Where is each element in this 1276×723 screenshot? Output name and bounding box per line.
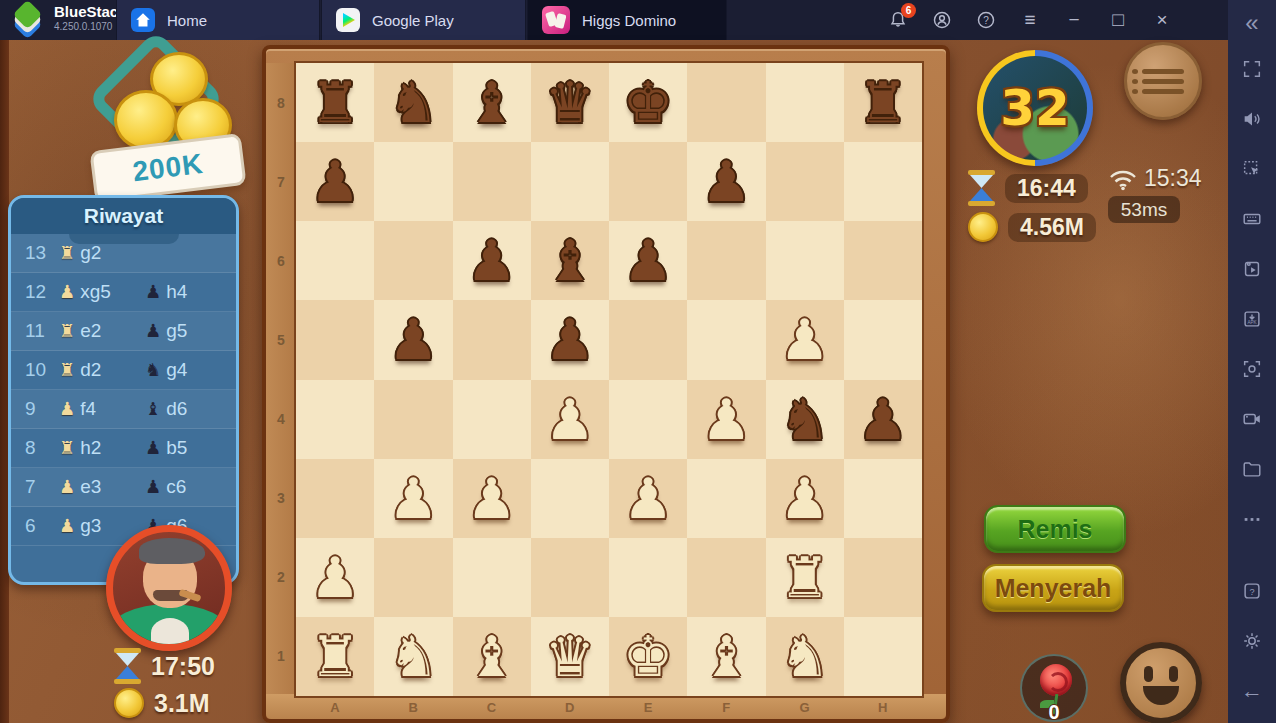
white-piece-icon: ♟: [59, 478, 75, 496]
piece-white-pawn[interactable]: ♟: [766, 300, 844, 379]
move-text: xg5: [80, 281, 111, 303]
black-piece-icon: ♟: [145, 283, 161, 301]
rank-label-6: 6: [270, 221, 292, 300]
rank-label-7: 7: [270, 142, 292, 221]
move-text: g4: [166, 359, 187, 381]
tab-home-label: Home: [167, 12, 207, 29]
piece-black-pawn[interactable]: ♟: [374, 300, 452, 379]
square-g3[interactable]: ♟: [766, 459, 844, 538]
rank-label-5: 5: [270, 300, 292, 379]
move-text: g3: [80, 515, 101, 537]
history-row-12: 12♟xg5♟h4: [11, 273, 236, 312]
square-g5[interactable]: ♟: [766, 300, 844, 379]
move-black[interactable]: ♞g4: [145, 359, 231, 381]
rank-label-1: 1: [270, 616, 292, 695]
google-play-icon: [336, 8, 360, 32]
rose-gift-button[interactable]: 0: [1020, 654, 1088, 722]
square-b7[interactable]: [374, 142, 452, 221]
move-black[interactable]: ♟g5: [145, 320, 231, 342]
resign-button[interactable]: Menyerah: [982, 564, 1124, 612]
move-text: h2: [80, 437, 101, 459]
white-piece-icon: ♟: [59, 400, 75, 418]
apk-install-icon[interactable]: APK: [1237, 304, 1267, 334]
square-c3[interactable]: ♟: [453, 459, 531, 538]
rank-label-8: 8: [270, 63, 292, 142]
close-icon[interactable]: ×: [1150, 8, 1174, 32]
piece-black-king[interactable]: ♚: [609, 63, 687, 142]
square-g8[interactable]: [766, 63, 844, 142]
square-e4[interactable]: [609, 380, 687, 459]
move-history-panel: Riwayat 13♜g212♟xg5♟h411♜e2♟g510♜d2♞g49♟…: [8, 195, 239, 585]
help-box-icon[interactable]: ?: [1237, 576, 1267, 606]
emote-button[interactable]: [1120, 642, 1202, 723]
minimize-icon[interactable]: −: [1062, 8, 1086, 32]
square-c4[interactable]: [453, 380, 531, 459]
square-h3[interactable]: [844, 459, 922, 538]
square-h7[interactable]: [844, 142, 922, 221]
countdown-seconds: 32: [1000, 79, 1070, 137]
black-piece-icon: ♟: [145, 478, 161, 496]
square-f8[interactable]: [687, 63, 765, 142]
move-number: 7: [25, 476, 59, 498]
square-a7[interactable]: ♟: [296, 142, 374, 221]
file-label-d: D: [531, 698, 609, 716]
square-c2[interactable]: [453, 538, 531, 617]
smiley-icon: [1144, 666, 1153, 682]
square-h5[interactable]: [844, 300, 922, 379]
board-frame: ♜♞♝♛♚♜♟♟♟♝♟♟♟♟♟♟♞♟♟♟♟♟♟♜♜♞♝♛♚♝♞ 87654321…: [262, 45, 950, 723]
white-piece-icon: ♟: [59, 517, 75, 535]
move-white[interactable]: ♟g3: [59, 515, 145, 537]
hourglass-icon: [114, 648, 141, 684]
move-white[interactable]: ♟xg5: [59, 281, 145, 303]
square-d1[interactable]: ♛: [531, 617, 609, 696]
piece-white-king[interactable]: ♚: [609, 617, 687, 696]
coin-icon: [968, 212, 998, 242]
chess-board: ♜♞♝♛♚♜♟♟♟♝♟♟♟♟♟♟♞♟♟♟♟♟♟♜♜♞♝♛♚♝♞: [296, 63, 922, 696]
piece-black-bishop[interactable]: ♝: [453, 63, 531, 142]
square-f7[interactable]: ♟: [687, 142, 765, 221]
square-g1[interactable]: ♞: [766, 617, 844, 696]
collapse-icon[interactable]: «: [1237, 8, 1267, 38]
square-d3[interactable]: [531, 459, 609, 538]
macro-icon[interactable]: [1237, 254, 1267, 284]
square-b1[interactable]: ♞: [374, 617, 452, 696]
piece-white-pawn[interactable]: ♟: [296, 538, 374, 617]
history-row-13: 13♜g2: [11, 234, 236, 273]
piece-black-knight[interactable]: ♞: [766, 380, 844, 459]
move-number: 9: [25, 398, 59, 420]
opponent-timer: 16:44: [1017, 175, 1076, 201]
white-piece-icon: ♟: [59, 283, 75, 301]
wifi-icon: [1108, 167, 1138, 191]
move-number: 6: [25, 515, 59, 537]
move-white[interactable]: ♟f4: [59, 398, 145, 420]
move-white[interactable]: ♜e2: [59, 320, 145, 342]
draw-button[interactable]: Remis: [984, 505, 1126, 553]
square-e8[interactable]: ♚: [609, 63, 687, 142]
piece-white-rook[interactable]: ♜: [296, 617, 374, 696]
piece-white-pawn[interactable]: ♟: [609, 459, 687, 538]
black-piece-icon: ♟: [145, 322, 161, 340]
square-g7[interactable]: [766, 142, 844, 221]
hourglass-icon: [968, 170, 995, 206]
square-h1[interactable]: [844, 617, 922, 696]
square-b5[interactable]: ♟: [374, 300, 452, 379]
piece-white-pawn[interactable]: ♟: [453, 459, 531, 538]
history-header: Riwayat: [11, 198, 236, 234]
file-label-f: F: [687, 698, 765, 716]
piece-white-bishop[interactable]: ♝: [687, 617, 765, 696]
move-number: 11: [25, 320, 59, 342]
settings-gear-icon[interactable]: [1237, 626, 1267, 656]
maximize-icon[interactable]: □: [1106, 8, 1130, 32]
square-c6[interactable]: ♟: [453, 221, 531, 300]
move-number: 8: [25, 437, 59, 459]
move-white[interactable]: ♜g2: [59, 242, 145, 264]
piece-white-pawn[interactable]: ♟: [531, 380, 609, 459]
move-black[interactable]: ♝d6: [145, 398, 231, 420]
file-label-c: C: [453, 698, 531, 716]
cursor-select-icon[interactable]: [1237, 154, 1267, 184]
higgs-domino-icon: [542, 6, 570, 34]
square-a2[interactable]: ♟: [296, 538, 374, 617]
account-icon[interactable]: [930, 8, 954, 32]
square-h8[interactable]: ♜: [844, 63, 922, 142]
fullscreen-icon[interactable]: [1237, 54, 1267, 84]
history-title: Riwayat: [84, 204, 163, 228]
piece-black-knight[interactable]: ♞: [374, 63, 452, 142]
move-text: d6: [166, 398, 187, 420]
game-scene: ♜♞♝♛♚♜♟♟♟♝♟♟♟♟♟♟♞♟♟♟♟♟♟♜♜♞♝♛♚♝♞ 87654321…: [0, 40, 1228, 723]
white-piece-icon: ♜: [59, 322, 75, 340]
list-icon: [1142, 64, 1184, 99]
piece-white-knight[interactable]: ♞: [374, 617, 452, 696]
back-arrow-icon[interactable]: ←: [1237, 676, 1267, 706]
notifications-bell-icon[interactable]: 6: [886, 8, 910, 32]
square-d8[interactable]: ♛: [531, 63, 609, 142]
menu-icon[interactable]: ≡: [1018, 8, 1042, 32]
square-c7[interactable]: [453, 142, 531, 221]
square-f2[interactable]: [687, 538, 765, 617]
bluestacks-toolbar: « APK ? ←: [1228, 0, 1276, 723]
history-row-10: 10♜d2♞g4: [11, 351, 236, 390]
square-e1[interactable]: ♚: [609, 617, 687, 696]
square-a1[interactable]: ♜: [296, 617, 374, 696]
square-b4[interactable]: [374, 380, 452, 459]
file-label-h: H: [844, 698, 922, 716]
move-black[interactable]: ♟h4: [145, 281, 231, 303]
piece-black-rook[interactable]: ♜: [844, 63, 922, 142]
square-a5[interactable]: [296, 300, 374, 379]
piece-white-queen[interactable]: ♛: [531, 617, 609, 696]
piece-black-bishop[interactable]: ♝: [531, 221, 609, 300]
bluestacks-window: BlueStacks 4.250.0.1070 Home Google Play…: [0, 0, 1276, 723]
game-menu-button[interactable]: [1124, 42, 1202, 120]
move-white[interactable]: ♜d2: [59, 359, 145, 381]
rank-label-2: 2: [270, 537, 292, 616]
move-white[interactable]: ♜h2: [59, 437, 145, 459]
tab-google-play[interactable]: Google Play: [321, 0, 526, 40]
piece-black-pawn[interactable]: ♟: [609, 221, 687, 300]
player-timer: 17:50: [151, 652, 215, 681]
square-h4[interactable]: ♟: [844, 380, 922, 459]
ping-badge: 53ms: [1108, 196, 1180, 223]
move-number: 13: [25, 242, 59, 264]
black-piece-icon: ♞: [145, 361, 161, 379]
piece-black-pawn[interactable]: ♟: [687, 142, 765, 221]
player-avatar[interactable]: [106, 525, 232, 651]
move-black[interactable]: ♟c6: [145, 476, 231, 498]
piece-black-pawn[interactable]: ♟: [296, 142, 374, 221]
square-e6[interactable]: ♟: [609, 221, 687, 300]
white-piece-icon: ♜: [59, 244, 75, 262]
notification-count-badge: 6: [901, 3, 916, 18]
square-g4[interactable]: ♞: [766, 380, 844, 459]
file-label-e: E: [609, 698, 687, 716]
square-g2[interactable]: ♜: [766, 538, 844, 617]
history-row-7: 7♟e3♟c6: [11, 468, 236, 507]
history-row-9: 9♟f4♝d6: [11, 390, 236, 429]
svg-text:?: ?: [1249, 587, 1254, 597]
rose-icon: [1040, 664, 1072, 696]
square-f6[interactable]: [687, 221, 765, 300]
rank-label-3: 3: [270, 458, 292, 537]
move-text: g5: [166, 320, 187, 342]
coin-promo-badge: 200K: [62, 42, 252, 202]
square-a8[interactable]: ♜: [296, 63, 374, 142]
move-number: 10: [25, 359, 59, 381]
square-b2[interactable]: [374, 538, 452, 617]
rank-label-4: 4: [270, 379, 292, 458]
opponent-avatar-countdown[interactable]: 32: [977, 50, 1093, 166]
square-f3[interactable]: [687, 459, 765, 538]
move-number: 12: [25, 281, 59, 303]
white-piece-icon: ♜: [59, 361, 75, 379]
piece-black-pawn[interactable]: ♟: [453, 221, 531, 300]
white-piece-icon: ♜: [59, 439, 75, 457]
square-d5[interactable]: ♟: [531, 300, 609, 379]
rose-count: 0: [1022, 701, 1086, 723]
tab-home[interactable]: Home: [116, 0, 320, 40]
square-e2[interactable]: [609, 538, 687, 617]
square-f4[interactable]: ♟: [687, 380, 765, 459]
coin-icon: [114, 688, 144, 718]
piece-white-knight[interactable]: ♞: [766, 617, 844, 696]
svg-text:APK: APK: [1247, 320, 1256, 325]
piece-black-pawn[interactable]: ♟: [531, 300, 609, 379]
black-piece-icon: ♟: [145, 439, 161, 457]
history-rows: 13♜g212♟xg5♟h411♜e2♟g510♜d2♞g49♟f4♝d68♜h…: [11, 234, 236, 585]
square-e5[interactable]: [609, 300, 687, 379]
move-text: c6: [166, 476, 186, 498]
piece-black-queen[interactable]: ♛: [531, 63, 609, 142]
bluestacks-logo: [10, 3, 46, 37]
move-text: f4: [80, 398, 96, 420]
file-label-a: A: [296, 698, 374, 716]
media-folder-icon[interactable]: [1237, 454, 1267, 484]
square-e3[interactable]: ♟: [609, 459, 687, 538]
square-c5[interactable]: [453, 300, 531, 379]
square-d2[interactable]: [531, 538, 609, 617]
move-black[interactable]: ♟b5: [145, 437, 231, 459]
opponent-avatar: 32: [983, 56, 1087, 160]
svg-text:?: ?: [983, 15, 989, 26]
move-text: g2: [80, 242, 101, 264]
volume-icon[interactable]: [1237, 104, 1267, 134]
square-h2[interactable]: [844, 538, 922, 617]
file-label-g: G: [766, 698, 844, 716]
square-a6[interactable]: [296, 221, 374, 300]
screen-record-icon[interactable]: [1237, 404, 1267, 434]
tab-higgs-domino[interactable]: Higgs Domino: [527, 0, 727, 40]
piece-black-rook[interactable]: ♜: [296, 63, 374, 142]
square-c8[interactable]: ♝: [453, 63, 531, 142]
black-piece-icon: ♝: [145, 400, 161, 418]
piece-white-pawn[interactable]: ♟: [766, 459, 844, 538]
player-coins: 3.1M: [154, 689, 210, 718]
tab-higgs-domino-label: Higgs Domino: [582, 12, 676, 29]
promo-amount-label: 200K: [89, 133, 246, 203]
move-white[interactable]: ♟e3: [59, 476, 145, 498]
file-label-b: B: [374, 698, 452, 716]
move-text: d2: [80, 359, 101, 381]
move-text: b5: [166, 437, 187, 459]
title-bar: BlueStacks 4.250.0.1070 Home Google Play…: [0, 0, 1228, 40]
piece-white-bishop[interactable]: ♝: [453, 617, 531, 696]
screenshot-icon[interactable]: [1237, 354, 1267, 384]
move-text: e2: [80, 320, 101, 342]
move-text: h4: [166, 281, 187, 303]
square-b3[interactable]: ♟: [374, 459, 452, 538]
square-b8[interactable]: ♞: [374, 63, 452, 142]
square-d7[interactable]: [531, 142, 609, 221]
piece-white-pawn[interactable]: ♟: [374, 459, 452, 538]
opponent-coins: 4.56M: [1020, 214, 1084, 240]
square-e7[interactable]: [609, 142, 687, 221]
square-c1[interactable]: ♝: [453, 617, 531, 696]
tab-google-play-label: Google Play: [372, 12, 454, 29]
square-d4[interactable]: ♟: [531, 380, 609, 459]
square-h6[interactable]: [844, 221, 922, 300]
square-g6[interactable]: [766, 221, 844, 300]
square-d6[interactable]: ♝: [531, 221, 609, 300]
square-f1[interactable]: ♝: [687, 617, 765, 696]
piece-white-rook[interactable]: ♜: [766, 538, 844, 617]
move-text: e3: [80, 476, 101, 498]
home-icon: [131, 8, 155, 32]
history-row-8: 8♜h2♟b5: [11, 429, 236, 468]
square-a4[interactable]: [296, 380, 374, 459]
square-a3[interactable]: [296, 459, 374, 538]
more-icon[interactable]: [1237, 504, 1267, 534]
history-row-11: 11♜e2♟g5: [11, 312, 236, 351]
keyboard-icon[interactable]: [1237, 204, 1267, 234]
piece-black-pawn[interactable]: ♟: [844, 380, 922, 459]
square-f5[interactable]: [687, 300, 765, 379]
help-icon[interactable]: ?: [974, 8, 998, 32]
square-b6[interactable]: [374, 221, 452, 300]
piece-white-pawn[interactable]: ♟: [687, 380, 765, 459]
system-clock: 15:34: [1144, 165, 1202, 192]
